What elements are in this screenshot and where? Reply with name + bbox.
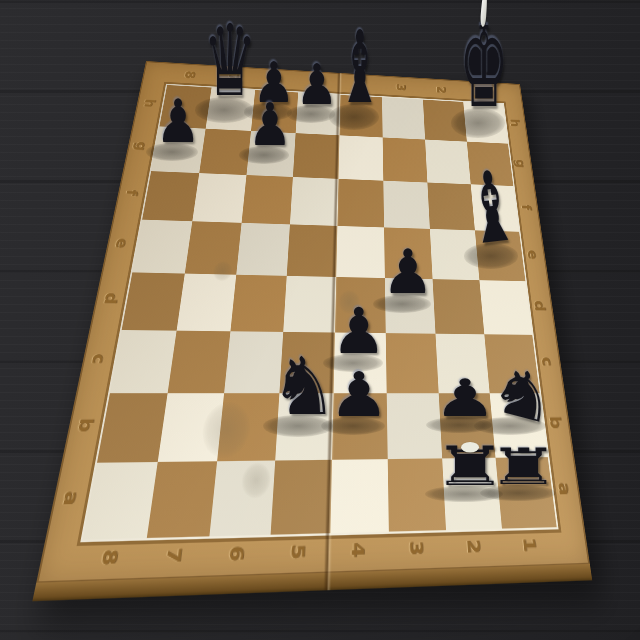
square-d7 bbox=[177, 274, 237, 332]
chess-board: 87654321 87654321 hgfedcba hgfedcba bbox=[36, 61, 590, 584]
square-e5 bbox=[287, 224, 338, 277]
square-g7 bbox=[199, 129, 251, 175]
square-a4 bbox=[330, 459, 388, 533]
square-d6 bbox=[230, 275, 286, 332]
pawn-glyph: ♟ bbox=[329, 366, 390, 424]
square-a5 bbox=[271, 460, 332, 535]
piece-black-pawn-g6: ♟ bbox=[248, 97, 292, 153]
square-e4 bbox=[336, 226, 385, 278]
square-b8 bbox=[97, 393, 168, 463]
square-f8 bbox=[142, 171, 199, 221]
bishop-glyph: ♝ bbox=[338, 20, 382, 115]
square-f7 bbox=[192, 173, 246, 223]
square-c3 bbox=[386, 333, 439, 393]
square-f6 bbox=[242, 175, 293, 224]
square-a7 bbox=[147, 461, 217, 538]
square-a6 bbox=[209, 461, 275, 537]
piece-black-pawn-c4: ♟ bbox=[332, 301, 387, 361]
square-g4 bbox=[339, 135, 384, 180]
square-d2 bbox=[433, 279, 485, 334]
square-e6 bbox=[236, 223, 290, 276]
square-f4 bbox=[337, 179, 384, 228]
square-d1 bbox=[479, 280, 532, 335]
square-g3 bbox=[383, 137, 428, 182]
square-g5 bbox=[293, 133, 340, 179]
knight-glyph: ♞ bbox=[270, 348, 337, 424]
piece-black-rook-a2: ♜ bbox=[433, 440, 508, 492]
square-c7 bbox=[168, 331, 231, 394]
pawn-glyph: ♟ bbox=[332, 301, 387, 361]
pawn-glyph: ♟ bbox=[382, 244, 434, 302]
piece-black-bishop-h4: ♝ bbox=[338, 20, 382, 115]
square-b7 bbox=[158, 393, 224, 462]
piece-black-pawn-h5: ♟ bbox=[296, 59, 338, 112]
piece-black-knight-b5: ♞ bbox=[270, 348, 337, 424]
square-f3 bbox=[383, 181, 430, 229]
pawn-glyph: ♟ bbox=[248, 97, 292, 153]
square-e8 bbox=[132, 220, 192, 274]
square-e7 bbox=[185, 221, 242, 274]
piece-black-king-h1: ♚ bbox=[459, 9, 508, 121]
square-c8 bbox=[110, 330, 177, 393]
pawn-glyph: ♟ bbox=[296, 59, 338, 112]
pawn-glyph: ♟ bbox=[155, 93, 200, 150]
square-d5 bbox=[283, 276, 336, 333]
piece-black-pawn-b4: ♟ bbox=[329, 366, 390, 424]
piece-black-pawn-d3: ♟ bbox=[382, 244, 434, 302]
photo-scene: 87654321 87654321 hgfedcba hgfedcba ♛♟♟♝… bbox=[0, 0, 640, 640]
square-a8 bbox=[83, 462, 158, 540]
square-f5 bbox=[290, 177, 339, 226]
square-d8 bbox=[122, 272, 185, 330]
piece-black-pawn-g8: ♟ bbox=[155, 93, 200, 150]
square-h3 bbox=[382, 97, 425, 139]
